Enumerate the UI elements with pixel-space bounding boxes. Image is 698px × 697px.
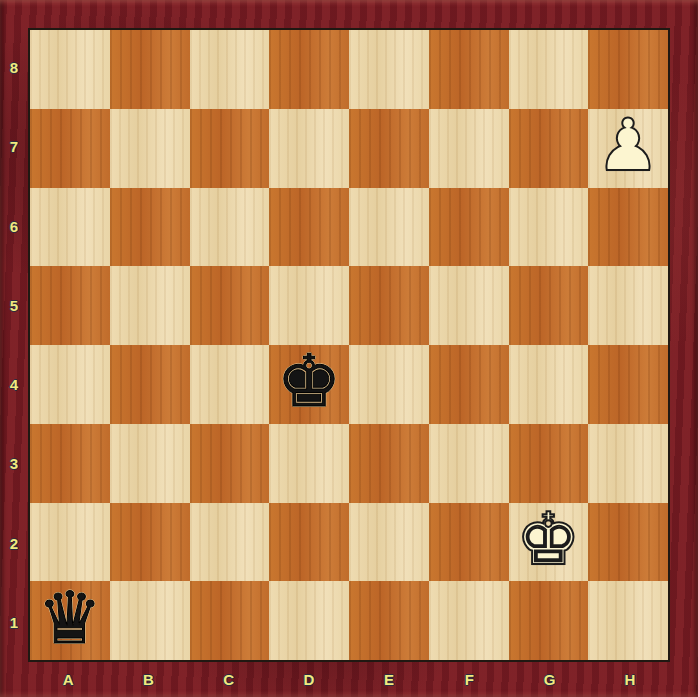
white-pawn[interactable]: ♟ bbox=[596, 109, 661, 181]
square-h2[interactable] bbox=[588, 503, 668, 582]
square-f8[interactable] bbox=[429, 30, 509, 109]
rank-label-5: 5 bbox=[0, 266, 28, 345]
square-d6[interactable] bbox=[269, 188, 349, 267]
rank-label-8: 8 bbox=[0, 28, 28, 107]
white-king[interactable]: ♚ bbox=[516, 503, 581, 575]
square-e5[interactable] bbox=[349, 266, 429, 345]
square-h3[interactable] bbox=[588, 424, 668, 503]
square-c4[interactable] bbox=[190, 345, 270, 424]
square-c3[interactable] bbox=[190, 424, 270, 503]
square-f6[interactable] bbox=[429, 188, 509, 267]
square-c7[interactable] bbox=[190, 109, 270, 188]
square-h1[interactable] bbox=[588, 581, 668, 660]
square-g5[interactable] bbox=[509, 266, 589, 345]
square-d5[interactable] bbox=[269, 266, 349, 345]
square-c6[interactable] bbox=[190, 188, 270, 267]
square-f4[interactable] bbox=[429, 345, 509, 424]
chess-board-frame: 87654321 ABCDEFGH ♟♚♚♛ bbox=[0, 0, 698, 697]
rank-label-7: 7 bbox=[0, 107, 28, 186]
square-d8[interactable] bbox=[269, 30, 349, 109]
square-e8[interactable] bbox=[349, 30, 429, 109]
rank-labels: 87654321 bbox=[0, 28, 28, 662]
file-label-c: C bbox=[189, 662, 269, 697]
square-b7[interactable] bbox=[110, 109, 190, 188]
square-a8[interactable] bbox=[30, 30, 110, 109]
square-e4[interactable] bbox=[349, 345, 429, 424]
square-d3[interactable] bbox=[269, 424, 349, 503]
square-h7[interactable]: ♟ bbox=[588, 109, 668, 188]
file-label-f: F bbox=[429, 662, 509, 697]
rank-label-4: 4 bbox=[0, 345, 28, 424]
square-e7[interactable] bbox=[349, 109, 429, 188]
square-f2[interactable] bbox=[429, 503, 509, 582]
square-h5[interactable] bbox=[588, 266, 668, 345]
square-b1[interactable] bbox=[110, 581, 190, 660]
square-f5[interactable] bbox=[429, 266, 509, 345]
file-label-g: G bbox=[510, 662, 590, 697]
file-label-d: D bbox=[269, 662, 349, 697]
rank-label-2: 2 bbox=[0, 504, 28, 583]
square-g4[interactable] bbox=[509, 345, 589, 424]
square-b6[interactable] bbox=[110, 188, 190, 267]
file-labels: ABCDEFGH bbox=[28, 662, 670, 697]
square-a1[interactable]: ♛ bbox=[30, 581, 110, 660]
square-b3[interactable] bbox=[110, 424, 190, 503]
chess-board[interactable]: ♟♚♚♛ bbox=[28, 28, 670, 662]
rank-label-1: 1 bbox=[0, 583, 28, 662]
square-b4[interactable] bbox=[110, 345, 190, 424]
black-queen[interactable]: ♛ bbox=[38, 582, 103, 654]
square-g6[interactable] bbox=[509, 188, 589, 267]
black-king[interactable]: ♚ bbox=[277, 345, 342, 417]
square-f1[interactable] bbox=[429, 581, 509, 660]
square-b2[interactable] bbox=[110, 503, 190, 582]
square-d7[interactable] bbox=[269, 109, 349, 188]
square-e1[interactable] bbox=[349, 581, 429, 660]
file-label-h: H bbox=[590, 662, 670, 697]
square-d4[interactable]: ♚ bbox=[269, 345, 349, 424]
square-e3[interactable] bbox=[349, 424, 429, 503]
square-a4[interactable] bbox=[30, 345, 110, 424]
square-d2[interactable] bbox=[269, 503, 349, 582]
square-c8[interactable] bbox=[190, 30, 270, 109]
square-e6[interactable] bbox=[349, 188, 429, 267]
square-e2[interactable] bbox=[349, 503, 429, 582]
rank-label-6: 6 bbox=[0, 187, 28, 266]
square-g8[interactable] bbox=[509, 30, 589, 109]
square-f3[interactable] bbox=[429, 424, 509, 503]
square-a7[interactable] bbox=[30, 109, 110, 188]
square-g7[interactable] bbox=[509, 109, 589, 188]
square-b8[interactable] bbox=[110, 30, 190, 109]
square-g3[interactable] bbox=[509, 424, 589, 503]
square-c5[interactable] bbox=[190, 266, 270, 345]
square-c2[interactable] bbox=[190, 503, 270, 582]
square-a3[interactable] bbox=[30, 424, 110, 503]
square-a5[interactable] bbox=[30, 266, 110, 345]
square-g1[interactable] bbox=[509, 581, 589, 660]
square-d1[interactable] bbox=[269, 581, 349, 660]
file-label-e: E bbox=[349, 662, 429, 697]
square-h4[interactable] bbox=[588, 345, 668, 424]
square-b5[interactable] bbox=[110, 266, 190, 345]
file-label-b: B bbox=[108, 662, 188, 697]
rank-label-3: 3 bbox=[0, 424, 28, 503]
square-a2[interactable] bbox=[30, 503, 110, 582]
square-g2[interactable]: ♚ bbox=[509, 503, 589, 582]
square-c1[interactable] bbox=[190, 581, 270, 660]
square-h8[interactable] bbox=[588, 30, 668, 109]
square-h6[interactable] bbox=[588, 188, 668, 267]
file-label-a: A bbox=[28, 662, 108, 697]
square-a6[interactable] bbox=[30, 188, 110, 267]
square-f7[interactable] bbox=[429, 109, 509, 188]
